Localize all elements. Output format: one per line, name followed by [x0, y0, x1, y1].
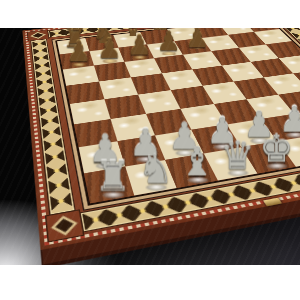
- chess-piece-B: ♝: [175, 142, 219, 182]
- chess-board: ♜♞♝♛♟♟♟♟♟♟♟♟♟♟♟♟♟♜♞♝♛♚♝♞♜: [22, 28, 300, 250]
- square-b6: [94, 62, 131, 82]
- square-a1: ♜: [84, 167, 134, 204]
- chess-piece-N: ♞: [133, 149, 178, 190]
- chess-piece-p: ♟: [123, 31, 154, 60]
- chess-piece-p: ♟: [153, 28, 184, 56]
- chess-piece-p: ♟: [93, 34, 125, 63]
- chess-piece-p: ♟: [181, 28, 212, 52]
- board-perspective: ♜♞♝♛♟♟♟♟♟♟♟♟♟♟♟♟♟♜♞♝♛♚♝♞♜: [0, 28, 300, 265]
- chess-piece-p: ♟: [62, 37, 94, 66]
- square-a6: [63, 66, 99, 86]
- chess-board-tilt: ♜♞♝♛♟♟♟♟♟♟♟♟♟♟♟♟♟♜♞♝♛♚♝♞♜: [22, 28, 300, 250]
- square-f5: [222, 62, 264, 82]
- product-photo-canvas: ♜♞♝♛♟♟♟♟♟♟♟♟♟♟♟♟♟♜♞♝♛♚♝♞♜: [0, 0, 300, 300]
- chess-piece-Q: ♛: [215, 136, 259, 176]
- chess-piece-R: ♜: [89, 156, 135, 198]
- square-a5: [66, 81, 104, 103]
- box-clasp: [263, 198, 282, 207]
- photo: ♜♞♝♛♟♟♟♟♟♟♟♟♟♟♟♟♟♜♞♝♛♚♝♞♜: [0, 28, 300, 265]
- square-h6: [266, 41, 300, 58]
- square-f4: [234, 77, 279, 99]
- chess-piece-K: ♚: [254, 129, 297, 168]
- corner-motif-bottom-left: [46, 210, 83, 241]
